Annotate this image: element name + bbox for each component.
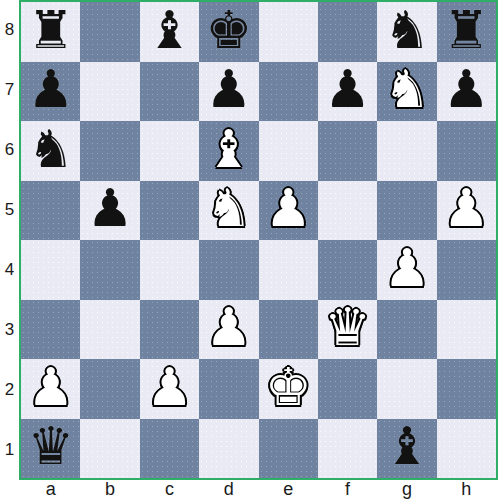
file-label-b: b xyxy=(80,479,139,500)
square-f4[interactable] xyxy=(318,240,377,300)
piece-black-knight[interactable]: ♞ xyxy=(27,123,74,175)
piece-white-pawn[interactable]: ♟ xyxy=(206,301,253,353)
square-d3[interactable]: ♟ xyxy=(199,300,258,360)
piece-white-pawn[interactable]: ♟ xyxy=(384,242,431,294)
square-h5[interactable]: ♟ xyxy=(437,181,496,241)
piece-black-bishop[interactable]: ♝ xyxy=(384,420,431,472)
square-b2[interactable] xyxy=(80,359,139,419)
square-f8[interactable] xyxy=(318,2,377,62)
square-c5[interactable] xyxy=(140,181,199,241)
square-h4[interactable] xyxy=(437,240,496,300)
rank-labels: 87654321 xyxy=(0,0,19,480)
piece-black-pawn[interactable]: ♟ xyxy=(87,182,134,234)
square-g1[interactable]: ♝ xyxy=(377,419,436,479)
square-g8[interactable]: ♞ xyxy=(377,2,436,62)
chess-board: ♜♝♚♞♜♟♟♟♞♟♞♝♟♞♟♟♟♟♛♟♟♚♛♝ xyxy=(21,2,496,478)
square-g4[interactable]: ♟ xyxy=(377,240,436,300)
square-c6[interactable] xyxy=(140,121,199,181)
square-f2[interactable] xyxy=(318,359,377,419)
square-c7[interactable] xyxy=(140,62,199,122)
rank-label-1: 1 xyxy=(0,420,19,480)
square-a6[interactable]: ♞ xyxy=(21,121,80,181)
square-e6[interactable] xyxy=(259,121,318,181)
square-a3[interactable] xyxy=(21,300,80,360)
piece-black-queen[interactable]: ♛ xyxy=(27,420,74,472)
file-label-a: a xyxy=(21,479,80,500)
square-a5[interactable] xyxy=(21,181,80,241)
file-labels: abcdefgh xyxy=(21,479,496,500)
square-e3[interactable] xyxy=(259,300,318,360)
board-frame: ♜♝♚♞♜♟♟♟♞♟♞♝♟♞♟♟♟♟♛♟♟♚♛♝ xyxy=(19,0,498,480)
rank-label-7: 7 xyxy=(0,60,19,120)
piece-black-rook[interactable]: ♜ xyxy=(27,4,74,56)
piece-white-pawn[interactable]: ♟ xyxy=(443,182,490,234)
square-d4[interactable] xyxy=(199,240,258,300)
square-a1[interactable]: ♛ xyxy=(21,419,80,479)
piece-white-knight[interactable]: ♞ xyxy=(206,182,253,234)
square-a7[interactable]: ♟ xyxy=(21,62,80,122)
rank-label-3: 3 xyxy=(0,300,19,360)
square-c8[interactable]: ♝ xyxy=(140,2,199,62)
square-g2[interactable] xyxy=(377,359,436,419)
square-d1[interactable] xyxy=(199,419,258,479)
piece-black-knight[interactable]: ♞ xyxy=(384,4,431,56)
piece-black-king[interactable]: ♚ xyxy=(206,4,253,56)
square-h3[interactable] xyxy=(437,300,496,360)
file-label-h: h xyxy=(437,479,496,500)
square-a2[interactable]: ♟ xyxy=(21,359,80,419)
chess-app: 87654321 ♜♝♚♞♜♟♟♟♞♟♞♝♟♞♟♟♟♟♛♟♟♚♛♝ abcdef… xyxy=(0,0,500,500)
square-e8[interactable] xyxy=(259,2,318,62)
square-c3[interactable] xyxy=(140,300,199,360)
file-label-g: g xyxy=(377,479,436,500)
square-h2[interactable] xyxy=(437,359,496,419)
rank-label-4: 4 xyxy=(0,240,19,300)
square-g7[interactable]: ♞ xyxy=(377,62,436,122)
square-c4[interactable] xyxy=(140,240,199,300)
square-g3[interactable] xyxy=(377,300,436,360)
piece-white-knight[interactable]: ♞ xyxy=(384,63,431,115)
square-f6[interactable] xyxy=(318,121,377,181)
square-b5[interactable]: ♟ xyxy=(80,181,139,241)
square-h8[interactable]: ♜ xyxy=(437,2,496,62)
square-d7[interactable]: ♟ xyxy=(199,62,258,122)
rank-label-8: 8 xyxy=(0,0,19,60)
piece-black-pawn[interactable]: ♟ xyxy=(27,63,74,115)
piece-black-pawn[interactable]: ♟ xyxy=(324,63,371,115)
piece-white-pawn[interactable]: ♟ xyxy=(265,182,312,234)
square-b8[interactable] xyxy=(80,2,139,62)
file-label-e: e xyxy=(259,479,318,500)
piece-white-pawn[interactable]: ♟ xyxy=(27,361,74,413)
square-f1[interactable] xyxy=(318,419,377,479)
piece-white-queen[interactable]: ♛ xyxy=(324,301,371,353)
square-b3[interactable] xyxy=(80,300,139,360)
square-a4[interactable] xyxy=(21,240,80,300)
square-f5[interactable] xyxy=(318,181,377,241)
square-c2[interactable]: ♟ xyxy=(140,359,199,419)
square-e1[interactable] xyxy=(259,419,318,479)
square-c1[interactable] xyxy=(140,419,199,479)
square-b6[interactable] xyxy=(80,121,139,181)
piece-black-bishop[interactable]: ♝ xyxy=(146,4,193,56)
square-b1[interactable] xyxy=(80,419,139,479)
piece-white-king[interactable]: ♚ xyxy=(265,361,312,413)
square-d8[interactable]: ♚ xyxy=(199,2,258,62)
file-label-c: c xyxy=(140,479,199,500)
square-e5[interactable]: ♟ xyxy=(259,181,318,241)
square-d2[interactable] xyxy=(199,359,258,419)
rank-label-5: 5 xyxy=(0,180,19,240)
square-f7[interactable]: ♟ xyxy=(318,62,377,122)
square-h7[interactable]: ♟ xyxy=(437,62,496,122)
square-f3[interactable]: ♛ xyxy=(318,300,377,360)
piece-black-pawn[interactable]: ♟ xyxy=(443,63,490,115)
square-h1[interactable] xyxy=(437,419,496,479)
square-a8[interactable]: ♜ xyxy=(21,2,80,62)
piece-black-pawn[interactable]: ♟ xyxy=(206,63,253,115)
piece-black-rook[interactable]: ♜ xyxy=(443,4,490,56)
rank-label-2: 2 xyxy=(0,360,19,420)
square-b7[interactable] xyxy=(80,62,139,122)
square-d6[interactable]: ♝ xyxy=(199,121,258,181)
square-h6[interactable] xyxy=(437,121,496,181)
file-label-f: f xyxy=(318,479,377,500)
square-g5[interactable] xyxy=(377,181,436,241)
piece-white-bishop[interactable]: ♝ xyxy=(206,123,253,175)
square-e7[interactable] xyxy=(259,62,318,122)
square-e4[interactable] xyxy=(259,240,318,300)
rank-label-6: 6 xyxy=(0,120,19,180)
square-e2[interactable]: ♚ xyxy=(259,359,318,419)
square-d5[interactable]: ♞ xyxy=(199,181,258,241)
piece-white-pawn[interactable]: ♟ xyxy=(146,361,193,413)
square-b4[interactable] xyxy=(80,240,139,300)
square-g6[interactable] xyxy=(377,121,436,181)
file-label-d: d xyxy=(199,479,258,500)
